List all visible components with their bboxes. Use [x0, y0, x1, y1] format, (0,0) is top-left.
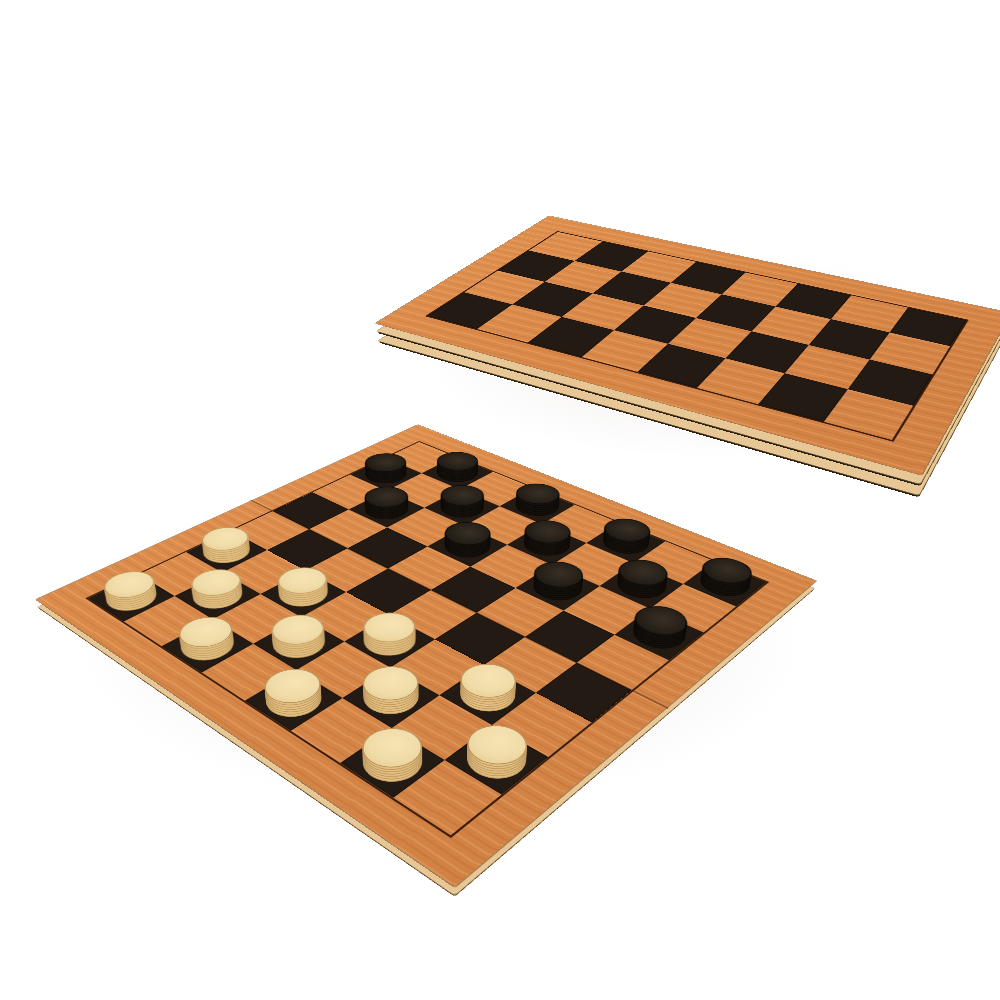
- black-checker-piece: [692, 565, 759, 601]
- main-board-grid: [88, 442, 766, 835]
- folded-checkers-board: [376, 216, 1000, 475]
- main-board-playing-area-outline: [85, 441, 769, 838]
- white-checker-piece: [183, 577, 252, 614]
- cell-r3c1: [477, 304, 562, 342]
- folded-board-grid: [428, 232, 966, 440]
- black-checker-piece: [608, 567, 675, 603]
- folded-board-top-face: [376, 216, 1000, 475]
- main-checkers-board: [36, 425, 816, 887]
- checkers-set-photo: [0, 0, 1000, 1000]
- main-board-top-face: [36, 425, 816, 887]
- folded-board-playing-area-outline: [425, 231, 969, 442]
- cell-r3c2: [528, 317, 614, 357]
- black-checker-piece: [515, 528, 578, 561]
